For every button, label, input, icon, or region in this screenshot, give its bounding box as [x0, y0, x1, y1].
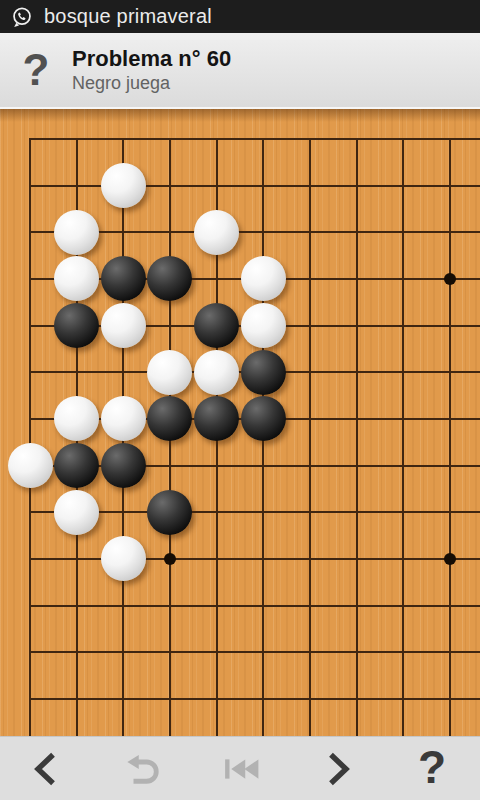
star-point: [164, 553, 176, 565]
go-board[interactable]: [0, 109, 480, 736]
white-stone[interactable]: [101, 303, 146, 348]
nav-hint-button[interactable]: ?: [384, 737, 480, 800]
white-stone[interactable]: [101, 396, 146, 441]
problem-title: Problema n° 60: [72, 46, 231, 72]
black-stone[interactable]: [241, 350, 286, 395]
black-stone[interactable]: [101, 443, 146, 488]
grid-line-h: [29, 605, 480, 607]
white-stone[interactable]: [54, 396, 99, 441]
grid-line-v: [309, 138, 311, 736]
status-bar[interactable]: bosque primaveral: [0, 0, 480, 33]
black-stone[interactable]: [147, 490, 192, 535]
nav-undo-button[interactable]: [96, 737, 192, 800]
white-stone[interactable]: [54, 256, 99, 301]
black-stone[interactable]: [54, 443, 99, 488]
white-stone[interactable]: [194, 350, 239, 395]
white-stone[interactable]: [101, 536, 146, 581]
star-point: [444, 553, 456, 565]
white-stone[interactable]: [147, 350, 192, 395]
hint-question-icon: ?: [418, 744, 446, 790]
white-stone[interactable]: [54, 490, 99, 535]
white-stone[interactable]: [8, 443, 53, 488]
white-stone[interactable]: [241, 256, 286, 301]
grid-line-v: [449, 138, 451, 736]
chevron-right-icon: [316, 747, 356, 791]
black-stone[interactable]: [54, 303, 99, 348]
whatsapp-icon: [10, 5, 34, 29]
question-mark-icon: ?: [0, 33, 72, 107]
white-stone[interactable]: [241, 303, 286, 348]
black-stone[interactable]: [147, 256, 192, 301]
black-stone[interactable]: [101, 256, 146, 301]
grid-line-h: [29, 558, 480, 560]
nav-back-button[interactable]: [0, 737, 96, 800]
black-stone[interactable]: [194, 303, 239, 348]
header-text: Problema n° 60 Negro juega: [72, 46, 231, 94]
grid-line-v: [29, 138, 31, 736]
skip-to-start-icon: [219, 747, 261, 791]
grid-line-h: [29, 185, 480, 187]
black-stone[interactable]: [147, 396, 192, 441]
grid-line-v: [402, 138, 404, 736]
grid-line-h: [29, 138, 480, 140]
chevron-left-icon: [28, 747, 68, 791]
app-screen: bosque primaveral ? Problema n° 60 Negro…: [0, 0, 480, 800]
notification-title: bosque primaveral: [44, 5, 212, 28]
nav-rewind-button[interactable]: [192, 737, 288, 800]
turn-indicator: Negro juega: [72, 72, 231, 94]
nav-forward-button[interactable]: [288, 737, 384, 800]
white-stone[interactable]: [101, 163, 146, 208]
white-stone[interactable]: [54, 210, 99, 255]
grid-line-h: [29, 698, 480, 700]
nav-bar: ?: [0, 736, 480, 800]
problem-header: ? Problema n° 60 Negro juega: [0, 33, 480, 109]
grid-line-v: [356, 138, 358, 736]
white-stone[interactable]: [194, 210, 239, 255]
star-point: [444, 273, 456, 285]
black-stone[interactable]: [194, 396, 239, 441]
undo-arrow-icon: [123, 747, 165, 791]
grid-line-h: [29, 651, 480, 653]
black-stone[interactable]: [241, 396, 286, 441]
